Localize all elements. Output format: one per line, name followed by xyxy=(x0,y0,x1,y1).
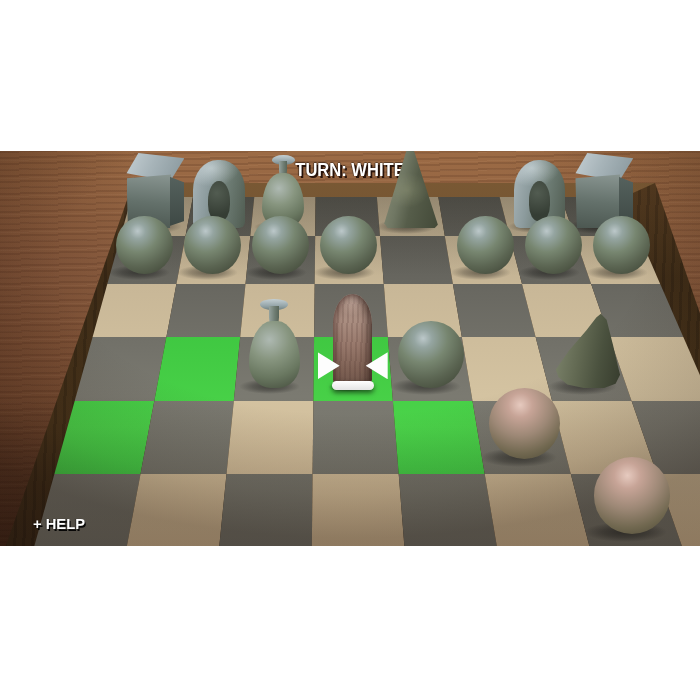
black-pawn-b7[interactable] xyxy=(184,216,241,275)
white-pawn-g3[interactable] xyxy=(594,457,671,534)
black-pawn-e5[interactable] xyxy=(398,321,464,389)
black-pawn-c7[interactable] xyxy=(252,216,309,275)
letterboxed-canvas: TURN: WHITE + HELP xyxy=(0,0,700,700)
game-viewport: TURN: WHITE + HELP xyxy=(0,151,700,546)
black-pawn-g7[interactable] xyxy=(525,216,582,275)
black-pawn-a7[interactable] xyxy=(116,216,173,275)
black-bishop-c5[interactable] xyxy=(246,299,303,388)
white-pawn-f4[interactable] xyxy=(489,388,560,459)
help-button[interactable]: + HELP xyxy=(33,515,85,533)
pieces-layer xyxy=(0,151,700,546)
black-pawn-h7[interactable] xyxy=(593,216,650,275)
black-pawn-f7[interactable] xyxy=(457,216,514,275)
black-pawn-d7[interactable] xyxy=(320,216,377,275)
black-queen-g5[interactable] xyxy=(556,314,620,389)
selection-base-marker xyxy=(332,381,374,390)
white-knight-d5[interactable] xyxy=(333,294,372,388)
